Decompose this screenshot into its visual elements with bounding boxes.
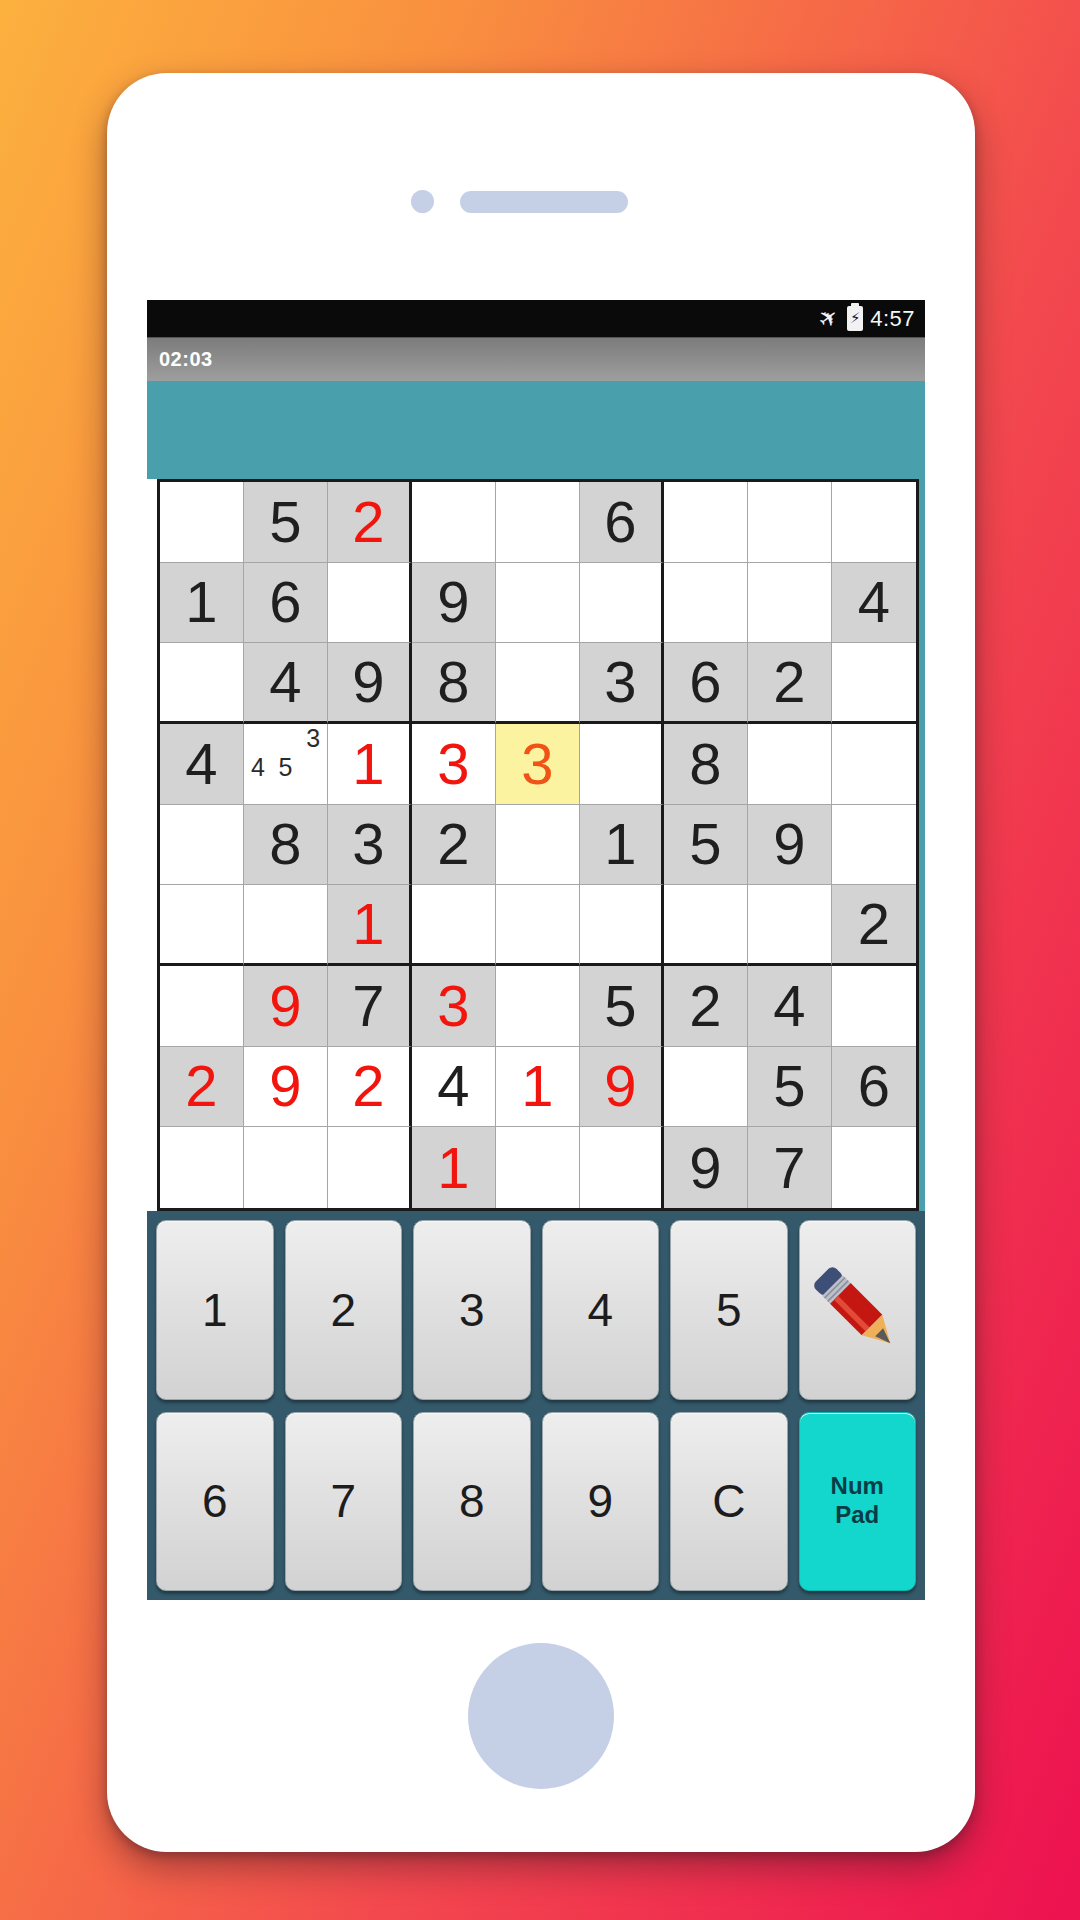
board-right-margin	[919, 479, 925, 1211]
cell-r6c4[interactable]	[412, 885, 496, 966]
cell-r1c9[interactable]	[832, 482, 916, 563]
pencil-icon	[801, 1254, 913, 1366]
sudoku-board[interactable]: 5261694498362434513388321591297352429241…	[157, 479, 919, 1211]
cell-digit: 2	[185, 1057, 217, 1115]
cell-r1c3[interactable]: 2	[328, 482, 412, 563]
cell-digit: 5	[269, 493, 301, 551]
cell-digit: 9	[437, 573, 469, 631]
cell-digit: 9	[352, 653, 384, 711]
cell-r7c3[interactable]: 7	[328, 966, 412, 1047]
cell-digit: 6	[689, 653, 721, 711]
cell-r9c4[interactable]: 1	[412, 1127, 496, 1208]
cell-r5c7[interactable]: 5	[664, 805, 748, 886]
cell-digit: 4	[437, 1057, 469, 1115]
cell-r7c5[interactable]	[496, 966, 580, 1047]
phone-frame: ✈ ⚡ 4:57 02:03 5261694498362434513388321…	[107, 73, 975, 1852]
pencil-button[interactable]	[799, 1220, 917, 1400]
cell-r3c8[interactable]: 2	[748, 643, 832, 724]
cell-digit: 8	[269, 815, 301, 873]
cell-digit: 9	[269, 977, 301, 1035]
cell-r8c7[interactable]	[664, 1047, 748, 1128]
cell-digit: 2	[858, 895, 890, 953]
cell-r8c1[interactable]: 2	[160, 1047, 244, 1128]
numpad-row-2: 6 7 8 9 C Num Pad	[156, 1412, 916, 1592]
cell-digit: 3	[352, 815, 384, 873]
cell-r7c8[interactable]: 4	[748, 966, 832, 1047]
cell-r8c6[interactable]: 9	[580, 1047, 664, 1128]
cell-r1c8[interactable]	[748, 482, 832, 563]
board-zone: 5261694498362434513388321591297352429241…	[147, 479, 925, 1211]
cell-r2c4[interactable]: 9	[412, 563, 496, 644]
numpad-toggle-button[interactable]: Num Pad	[799, 1412, 917, 1592]
cell-r7c1[interactable]	[160, 966, 244, 1047]
cell-r8c8[interactable]: 5	[748, 1047, 832, 1128]
numpad-7-button[interactable]: 7	[285, 1412, 403, 1592]
cell-digit: 6	[858, 1057, 890, 1115]
cell-r7c2[interactable]: 9	[244, 966, 328, 1047]
numpad-4-button[interactable]: 4	[542, 1220, 660, 1400]
cell-r3c6[interactable]: 3	[580, 643, 664, 724]
numpad-6-button[interactable]: 6	[156, 1412, 274, 1592]
cell-r2c3[interactable]	[328, 563, 412, 644]
cell-r9c7[interactable]: 9	[664, 1127, 748, 1208]
cell-r9c9[interactable]	[832, 1127, 916, 1208]
cell-r2c5[interactable]	[496, 563, 580, 644]
cell-r3c7[interactable]: 6	[664, 643, 748, 724]
cell-digit: 1	[185, 573, 217, 631]
cell-r9c1[interactable]	[160, 1127, 244, 1208]
cell-r6c5[interactable]	[496, 885, 580, 966]
cell-digit: 2	[773, 653, 805, 711]
cell-digit: 3	[521, 735, 553, 793]
cell-r3c1[interactable]	[160, 643, 244, 724]
cell-digit: 5	[689, 815, 721, 873]
numpad-3-button[interactable]: 3	[413, 1220, 531, 1400]
cell-r2c8[interactable]	[748, 563, 832, 644]
numpad-5-button[interactable]: 5	[670, 1220, 788, 1400]
cell-r4c6[interactable]	[580, 724, 664, 805]
cell-digit: 9	[269, 1057, 301, 1115]
number-pad: 1 2 3 4 5	[147, 1211, 925, 1600]
cell-r2c2[interactable]: 6	[244, 563, 328, 644]
cell-r5c6[interactable]: 1	[580, 805, 664, 886]
cell-r5c3[interactable]: 3	[328, 805, 412, 886]
cell-r6c9[interactable]: 2	[832, 885, 916, 966]
cell-r9c5[interactable]	[496, 1127, 580, 1208]
numpad-row-1: 1 2 3 4 5	[156, 1220, 916, 1400]
cell-r1c7[interactable]	[664, 482, 748, 563]
cell-digit: 2	[352, 493, 384, 551]
cell-r7c4[interactable]: 3	[412, 966, 496, 1047]
cell-r4c8[interactable]	[748, 724, 832, 805]
sudoku-app-screen: ✈ ⚡ 4:57 02:03 5261694498362434513388321…	[147, 300, 925, 1600]
cell-r2c9[interactable]: 4	[832, 563, 916, 644]
pencil-digit: 5	[272, 753, 300, 782]
pencil-marks: 345	[244, 724, 327, 804]
cell-digit: 3	[437, 735, 469, 793]
cell-digit: 9	[773, 815, 805, 873]
numpad-8-button[interactable]: 8	[413, 1412, 531, 1592]
numpad-9-button[interactable]: 9	[542, 1412, 660, 1592]
cell-r1c2[interactable]: 5	[244, 482, 328, 563]
clear-button[interactable]: C	[670, 1412, 788, 1592]
status-bar: ✈ ⚡ 4:57	[147, 300, 925, 337]
cell-digit: 2	[689, 977, 721, 1035]
cell-r7c9[interactable]	[832, 966, 916, 1047]
cell-digit: 6	[604, 493, 636, 551]
cell-r4c5[interactable]: 3	[496, 724, 580, 805]
cell-r9c6[interactable]	[580, 1127, 664, 1208]
cell-digit: 8	[437, 653, 469, 711]
camera-dot	[411, 190, 434, 213]
home-button[interactable]	[468, 1643, 614, 1789]
cell-r5c1[interactable]	[160, 805, 244, 886]
cell-digit: 6	[269, 573, 301, 631]
status-time: 4:57	[870, 306, 915, 332]
cell-digit: 1	[604, 815, 636, 873]
cell-r5c8[interactable]: 9	[748, 805, 832, 886]
cell-r6c1[interactable]	[160, 885, 244, 966]
airplane-icon: ✈	[814, 304, 843, 334]
cell-r8c3[interactable]: 2	[328, 1047, 412, 1128]
cell-digit: 4	[773, 977, 805, 1035]
cell-r3c3[interactable]: 9	[328, 643, 412, 724]
cell-r5c2[interactable]: 8	[244, 805, 328, 886]
cell-r7c6[interactable]: 5	[580, 966, 664, 1047]
cell-digit: 8	[689, 735, 721, 793]
cell-r2c6[interactable]	[580, 563, 664, 644]
battery-charging-icon: ⚡	[847, 306, 863, 331]
cell-r6c7[interactable]	[664, 885, 748, 966]
speaker-pill	[460, 191, 628, 213]
cell-r7c7[interactable]: 2	[664, 966, 748, 1047]
cell-digit: 4	[269, 653, 301, 711]
background: ✈ ⚡ 4:57 02:03 5261694498362434513388321…	[0, 0, 1080, 1920]
cell-digit: 7	[773, 1139, 805, 1197]
cell-r4c4[interactable]: 3	[412, 724, 496, 805]
cell-r6c3[interactable]: 1	[328, 885, 412, 966]
cell-r4c7[interactable]: 8	[664, 724, 748, 805]
cell-r3c4[interactable]: 8	[412, 643, 496, 724]
cell-r2c7[interactable]	[664, 563, 748, 644]
cell-r8c5[interactable]: 1	[496, 1047, 580, 1128]
elapsed-time: 02:03	[159, 348, 213, 371]
cell-digit: 9	[689, 1139, 721, 1197]
cell-digit: 5	[773, 1057, 805, 1115]
cell-r2c1[interactable]: 1	[160, 563, 244, 644]
app-header	[147, 381, 925, 479]
cell-digit: 1	[352, 895, 384, 953]
cell-digit: 7	[352, 977, 384, 1035]
numpad-2-button[interactable]: 2	[285, 1220, 403, 1400]
cell-digit: 4	[185, 735, 217, 793]
cell-digit: 2	[352, 1057, 384, 1115]
cell-r3c9[interactable]	[832, 643, 916, 724]
pencil-digit: 3	[299, 724, 327, 753]
cell-r4c3[interactable]: 1	[328, 724, 412, 805]
cell-digit: 3	[604, 653, 636, 711]
cell-r6c2[interactable]	[244, 885, 328, 966]
pencil-digit: 4	[244, 753, 272, 782]
cell-r1c4[interactable]	[412, 482, 496, 563]
cell-r8c4[interactable]: 4	[412, 1047, 496, 1128]
timer-bar: 02:03	[147, 337, 925, 381]
cell-digit: 1	[437, 1139, 469, 1197]
cell-r3c2[interactable]: 4	[244, 643, 328, 724]
cell-digit: 5	[604, 977, 636, 1035]
cell-r4c1[interactable]: 4	[160, 724, 244, 805]
cell-r4c9[interactable]	[832, 724, 916, 805]
cell-digit: 1	[521, 1057, 553, 1115]
cell-r4c2[interactable]: 345	[244, 724, 328, 805]
cell-r5c4[interactable]: 2	[412, 805, 496, 886]
cell-digit: 9	[604, 1057, 636, 1115]
cell-r5c9[interactable]	[832, 805, 916, 886]
cell-r5c5[interactable]	[496, 805, 580, 886]
board-left-margin	[147, 479, 157, 1211]
cell-digit: 4	[858, 573, 890, 631]
cell-r8c2[interactable]: 9	[244, 1047, 328, 1128]
cell-r1c6[interactable]: 6	[580, 482, 664, 563]
numpad-1-button[interactable]: 1	[156, 1220, 274, 1400]
cell-r9c3[interactable]	[328, 1127, 412, 1208]
cell-r9c2[interactable]	[244, 1127, 328, 1208]
cell-r1c1[interactable]	[160, 482, 244, 563]
cell-r6c6[interactable]	[580, 885, 664, 966]
cell-digit: 1	[352, 735, 384, 793]
cell-r8c9[interactable]: 6	[832, 1047, 916, 1128]
cell-r9c8[interactable]: 7	[748, 1127, 832, 1208]
cell-digit: 2	[437, 815, 469, 873]
cell-r1c5[interactable]	[496, 482, 580, 563]
cell-digit: 3	[437, 977, 469, 1035]
cell-r6c8[interactable]	[748, 885, 832, 966]
cell-r3c5[interactable]	[496, 643, 580, 724]
